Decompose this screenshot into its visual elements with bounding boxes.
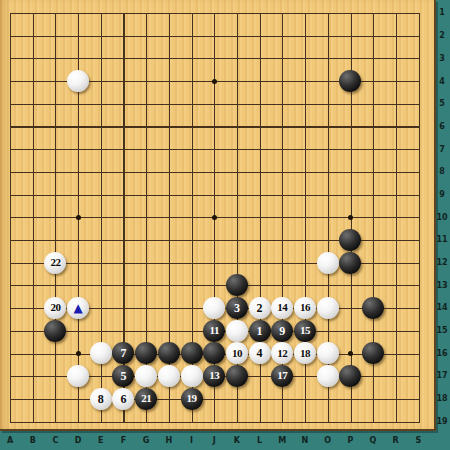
row-label-18: 18 [434, 387, 450, 410]
col-label-O: O [316, 431, 339, 449]
triangle-marker-icon: ▲ [73, 301, 82, 313]
col-label-G: G [135, 431, 158, 449]
stone-white-L16[interactable]: 4 [249, 342, 271, 364]
row-label-1: 1 [434, 2, 450, 25]
stone-white-O14[interactable] [317, 297, 339, 319]
stones-layer[interactable]: 2220▲3214161119157104121851317862119 [0, 2, 430, 433]
stone-white-H17[interactable] [158, 365, 180, 387]
row-label-10: 10 [434, 206, 450, 229]
row-label-12: 12 [434, 251, 450, 274]
col-label-H: H [157, 431, 180, 449]
stone-black-K17[interactable] [226, 365, 248, 387]
stone-black-P17[interactable] [339, 365, 361, 387]
col-label-I: I [180, 431, 203, 449]
row-label-5: 5 [434, 92, 450, 115]
row-label-3: 3 [434, 47, 450, 70]
stone-black-Q14[interactable] [362, 297, 384, 319]
stone-white-D14[interactable]: ▲ [67, 297, 89, 319]
row-label-17: 17 [434, 365, 450, 388]
row-label-19: 19 [434, 410, 450, 433]
row-label-2: 2 [434, 24, 450, 47]
stone-white-F18[interactable]: 6 [112, 388, 134, 410]
column-coordinate-labels: ABCDEFGHIJKLMNOPQRS [0, 431, 430, 449]
row-label-15: 15 [434, 319, 450, 342]
row-label-11: 11 [434, 229, 450, 252]
stone-black-Q16[interactable] [362, 342, 384, 364]
stone-white-K16[interactable]: 10 [226, 342, 248, 364]
stone-black-J16[interactable] [203, 342, 225, 364]
row-label-7: 7 [434, 138, 450, 161]
stone-black-G18[interactable]: 21 [135, 388, 157, 410]
col-label-L: L [248, 431, 271, 449]
col-label-C: C [44, 431, 67, 449]
stone-black-F16[interactable]: 7 [112, 342, 134, 364]
stone-black-L15[interactable]: 1 [249, 320, 271, 342]
stone-black-J17[interactable]: 13 [203, 365, 225, 387]
col-label-N: N [294, 431, 317, 449]
col-label-Q: Q [362, 431, 385, 449]
col-label-J: J [203, 431, 226, 449]
stone-white-O16[interactable] [317, 342, 339, 364]
row-label-9: 9 [434, 183, 450, 206]
stone-white-O12[interactable] [317, 252, 339, 274]
col-label-D: D [67, 431, 90, 449]
stone-black-F17[interactable]: 5 [112, 365, 134, 387]
stone-black-K14[interactable]: 3 [226, 297, 248, 319]
col-label-P: P [339, 431, 362, 449]
col-label-B: B [21, 431, 44, 449]
stone-white-E18[interactable]: 8 [90, 388, 112, 410]
go-app-window: 2220▲3214161119157104121851317862119 ABC… [0, 0, 450, 450]
col-label-F: F [112, 431, 135, 449]
col-label-K: K [226, 431, 249, 449]
stone-white-N14[interactable]: 16 [294, 297, 316, 319]
stone-white-O17[interactable] [317, 365, 339, 387]
col-label-R: R [384, 431, 407, 449]
stone-white-M14[interactable]: 14 [271, 297, 293, 319]
col-label-M: M [271, 431, 294, 449]
stone-black-M17[interactable]: 17 [271, 365, 293, 387]
col-label-S: S [407, 431, 430, 449]
stone-black-I18[interactable]: 19 [181, 388, 203, 410]
stone-white-G17[interactable] [135, 365, 157, 387]
row-label-16: 16 [434, 342, 450, 365]
row-label-6: 6 [434, 115, 450, 138]
stone-black-P11[interactable] [339, 229, 361, 251]
stone-white-K15[interactable] [226, 320, 248, 342]
stone-black-K13[interactable] [226, 274, 248, 296]
stone-white-D17[interactable] [67, 365, 89, 387]
row-label-13: 13 [434, 274, 450, 297]
row-label-8: 8 [434, 160, 450, 183]
stone-black-H16[interactable] [158, 342, 180, 364]
stone-black-N15[interactable]: 15 [294, 320, 316, 342]
stone-black-M15[interactable]: 9 [271, 320, 293, 342]
row-label-14: 14 [434, 297, 450, 320]
stone-black-P4[interactable] [339, 70, 361, 92]
stone-white-C12[interactable]: 22 [44, 252, 66, 274]
col-label-E: E [89, 431, 112, 449]
stone-white-D4[interactable] [67, 70, 89, 92]
col-label-A: A [0, 431, 21, 449]
row-label-4: 4 [434, 70, 450, 93]
stone-black-C15[interactable] [44, 320, 66, 342]
stone-white-M16[interactable]: 12 [271, 342, 293, 364]
stone-black-P12[interactable] [339, 252, 361, 274]
stone-white-N16[interactable]: 18 [294, 342, 316, 364]
stone-black-G16[interactable] [135, 342, 157, 364]
go-board[interactable]: 2220▲3214161119157104121851317862119 ABC… [0, 0, 436, 431]
stone-black-J15[interactable]: 11 [203, 320, 225, 342]
stone-white-C14[interactable]: 20 [44, 297, 66, 319]
stone-white-E16[interactable] [90, 342, 112, 364]
stone-white-J14[interactable] [203, 297, 225, 319]
stone-white-L14[interactable]: 2 [249, 297, 271, 319]
stone-white-I17[interactable] [181, 365, 203, 387]
row-coordinate-labels: 12345678910111213141516171819 [434, 2, 450, 433]
stone-black-I16[interactable] [181, 342, 203, 364]
